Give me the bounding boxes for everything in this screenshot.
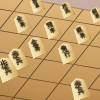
piece-kanji-bottom: 将 [94, 13, 100, 19]
piece-kanji-bottom: 兵 [2, 67, 12, 77]
piece-kanji-bottom: 車 [34, 3, 40, 9]
piece-kanji-bottom: 将 [33, 45, 41, 53]
piece-kanji-bottom: 行 [63, 50, 71, 58]
piece-kanji-bottom: 将 [78, 31, 85, 38]
piece-kanji-bottom: 馬 [64, 8, 70, 14]
piece-kanji-bottom: 兵 [14, 57, 23, 66]
piece-kanji-bottom: 将 [18, 21, 25, 28]
piece-kanji-bottom: 車 [48, 26, 55, 33]
shogi-photo-scene: 香車桂馬銀将金将飛車銀将金将角行歩兵歩兵歩兵 [0, 0, 100, 100]
piece-kanji-bottom: 兵 [76, 86, 84, 95]
